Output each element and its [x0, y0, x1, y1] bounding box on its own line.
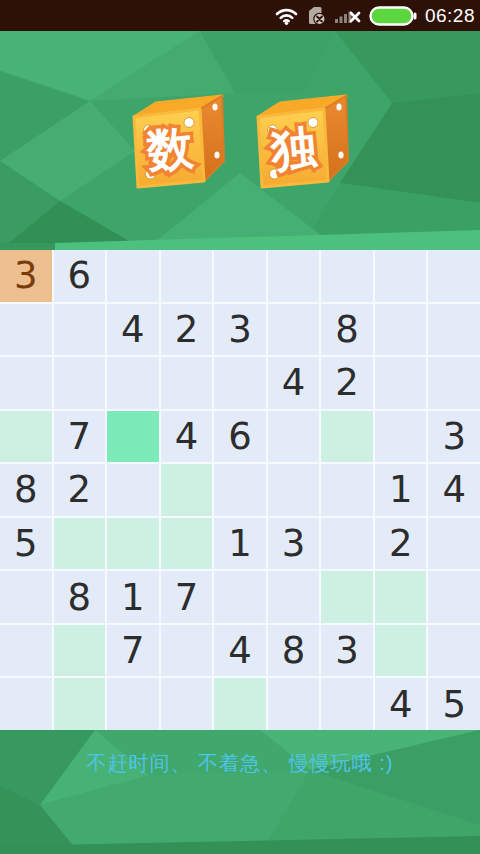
footer-polygon-background — [0, 730, 480, 854]
cell-r9c1[interactable] — [0, 678, 52, 730]
cell-r5c2[interactable]: 2 — [54, 464, 106, 516]
cell-r1c1[interactable]: 3 — [0, 250, 52, 302]
cell-r3c2[interactable] — [54, 357, 106, 409]
cell-r9c3[interactable] — [107, 678, 159, 730]
logo-char-shu: 数 — [144, 120, 197, 178]
cell-r3c9[interactable] — [428, 357, 480, 409]
cell-r5c1[interactable]: 8 — [0, 464, 52, 516]
cell-r7c8[interactable] — [375, 571, 427, 623]
cell-r7c7[interactable] — [321, 571, 373, 623]
cell-r2c7[interactable]: 8 — [321, 304, 373, 356]
cell-r1c4[interactable] — [161, 250, 213, 302]
wifi-icon — [275, 7, 298, 25]
sudoku-board: 36423842746382145132817748345 — [0, 250, 480, 730]
cell-r3c1[interactable] — [0, 357, 52, 409]
polygon-background — [0, 31, 480, 250]
cell-r3c6[interactable]: 4 — [268, 357, 320, 409]
cell-r2c6[interactable] — [268, 304, 320, 356]
cell-r9c2[interactable] — [54, 678, 106, 730]
cell-r1c5[interactable] — [214, 250, 266, 302]
cell-r2c1[interactable] — [0, 304, 52, 356]
cell-r8c9[interactable] — [428, 625, 480, 677]
cell-r9c6[interactable] — [268, 678, 320, 730]
logo-cube-shu: 数 — [122, 89, 234, 191]
cell-r7c1[interactable] — [0, 571, 52, 623]
footer: 不赶时间、 不着急、 慢慢玩哦 :) — [0, 730, 480, 854]
cell-r1c3[interactable] — [107, 250, 159, 302]
cell-r7c5[interactable] — [214, 571, 266, 623]
cell-r8c1[interactable] — [0, 625, 52, 677]
cell-r6c1[interactable]: 5 — [0, 518, 52, 570]
cell-r2c3[interactable]: 4 — [107, 304, 159, 356]
cell-r4c9[interactable]: 3 — [428, 411, 480, 463]
cell-r6c9[interactable] — [428, 518, 480, 570]
cell-r3c5[interactable] — [214, 357, 266, 409]
cell-r8c6[interactable]: 8 — [268, 625, 320, 677]
cell-r8c4[interactable] — [161, 625, 213, 677]
app-screen: 06:28 — [0, 0, 480, 854]
cell-r6c6[interactable]: 3 — [268, 518, 320, 570]
cell-r6c7[interactable] — [321, 518, 373, 570]
cell-r7c9[interactable] — [428, 571, 480, 623]
logo-cube-du: 独 — [246, 89, 358, 191]
cell-r6c8[interactable]: 2 — [375, 518, 427, 570]
cell-r4c3[interactable] — [107, 411, 159, 463]
cell-r1c9[interactable] — [428, 250, 480, 302]
cell-r4c1[interactable] — [0, 411, 52, 463]
cell-r7c2[interactable]: 8 — [54, 571, 106, 623]
logo-char-du: 独 — [267, 120, 320, 178]
header: 数 独 — [0, 31, 480, 250]
cell-r8c8[interactable] — [375, 625, 427, 677]
hint-message: 不赶时间、 不着急、 慢慢玩哦 :) — [0, 750, 480, 777]
cell-r5c9[interactable]: 4 — [428, 464, 480, 516]
cell-r9c8[interactable]: 4 — [375, 678, 427, 730]
cell-r8c3[interactable]: 7 — [107, 625, 159, 677]
cell-r4c2[interactable]: 7 — [54, 411, 106, 463]
cell-r2c2[interactable] — [54, 304, 106, 356]
status-bar: 06:28 — [0, 0, 480, 31]
cell-r3c3[interactable] — [107, 357, 159, 409]
cell-r2c4[interactable]: 2 — [161, 304, 213, 356]
cell-r6c3[interactable] — [107, 518, 159, 570]
cell-r2c5[interactable]: 3 — [214, 304, 266, 356]
cell-r9c7[interactable] — [321, 678, 373, 730]
cell-r9c4[interactable] — [161, 678, 213, 730]
cell-r4c6[interactable] — [268, 411, 320, 463]
cell-r4c7[interactable] — [321, 411, 373, 463]
cell-r3c4[interactable] — [161, 357, 213, 409]
cell-r8c2[interactable] — [54, 625, 106, 677]
cell-r3c8[interactable] — [375, 357, 427, 409]
clock: 06:28 — [425, 5, 475, 27]
cell-r5c3[interactable] — [107, 464, 159, 516]
battery-icon — [369, 5, 417, 27]
cell-r8c7[interactable]: 3 — [321, 625, 373, 677]
cell-r3c7[interactable]: 2 — [321, 357, 373, 409]
sim-error-icon — [306, 6, 327, 26]
cell-r1c2[interactable]: 6 — [54, 250, 106, 302]
cell-r8c5[interactable]: 4 — [214, 625, 266, 677]
cell-r6c2[interactable] — [54, 518, 106, 570]
signal-no-service-icon — [335, 7, 361, 25]
cell-r4c5[interactable]: 6 — [214, 411, 266, 463]
cell-r2c9[interactable] — [428, 304, 480, 356]
cell-r1c7[interactable] — [321, 250, 373, 302]
cell-r5c8[interactable]: 1 — [375, 464, 427, 516]
cell-r1c6[interactable] — [268, 250, 320, 302]
cell-r4c4[interactable]: 4 — [161, 411, 213, 463]
cell-r1c8[interactable] — [375, 250, 427, 302]
cell-r7c4[interactable]: 7 — [161, 571, 213, 623]
cell-r9c9[interactable]: 5 — [428, 678, 480, 730]
cell-r5c7[interactable] — [321, 464, 373, 516]
cell-r2c8[interactable] — [375, 304, 427, 356]
cell-r6c5[interactable]: 1 — [214, 518, 266, 570]
cell-r5c6[interactable] — [268, 464, 320, 516]
cell-r5c4[interactable] — [161, 464, 213, 516]
cell-r4c8[interactable] — [375, 411, 427, 463]
cell-r7c3[interactable]: 1 — [107, 571, 159, 623]
cell-r6c4[interactable] — [161, 518, 213, 570]
cell-r9c5[interactable] — [214, 678, 266, 730]
cell-r5c5[interactable] — [214, 464, 266, 516]
cell-r7c6[interactable] — [268, 571, 320, 623]
